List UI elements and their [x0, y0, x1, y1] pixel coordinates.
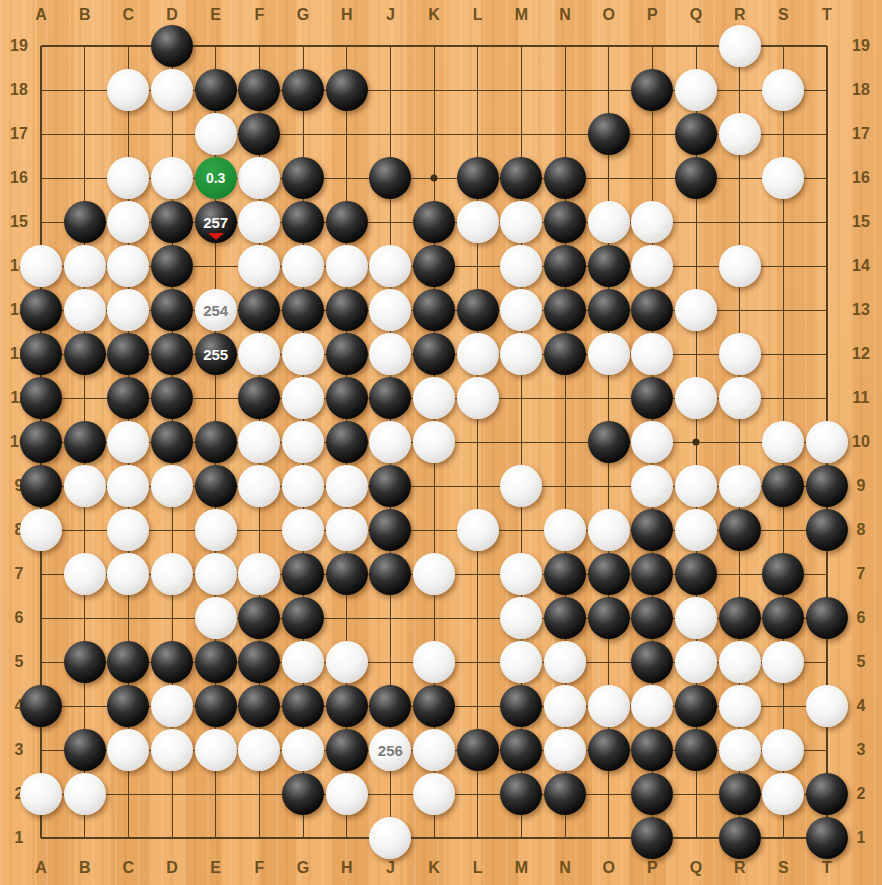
white-stone	[238, 729, 280, 771]
coordinate-label-top: J	[386, 6, 395, 24]
black-stone	[544, 157, 586, 199]
white-stone	[544, 509, 586, 551]
white-stone	[675, 289, 717, 331]
black-stone	[151, 201, 193, 243]
white-stone	[588, 685, 630, 727]
coordinate-label-top: C	[123, 6, 135, 24]
white-stone	[238, 465, 280, 507]
white-stone	[413, 641, 455, 683]
white-stone	[806, 421, 848, 463]
black-stone	[282, 201, 324, 243]
black-stone	[282, 553, 324, 595]
black-stone	[238, 641, 280, 683]
coordinate-label-right: 9	[857, 477, 866, 495]
coordinate-label-right: 1	[857, 829, 866, 847]
black-stone	[806, 773, 848, 815]
black-stone	[762, 597, 804, 639]
white-stone	[675, 641, 717, 683]
white-stone	[719, 333, 761, 375]
board-line-horizontal	[41, 837, 827, 839]
white-stone	[413, 729, 455, 771]
white-stone	[195, 597, 237, 639]
move-number-label: 255	[203, 347, 228, 362]
coordinate-label-bottom: S	[778, 859, 789, 877]
white-stone	[457, 377, 499, 419]
black-stone	[326, 685, 368, 727]
black-stone	[238, 685, 280, 727]
coordinate-label-top: L	[473, 6, 483, 24]
white-stone: 256	[369, 729, 411, 771]
white-stone	[64, 245, 106, 287]
white-stone	[500, 201, 542, 243]
coordinate-label-bottom: A	[35, 859, 47, 877]
white-stone	[762, 421, 804, 463]
black-stone	[107, 641, 149, 683]
black-stone	[675, 553, 717, 595]
white-stone	[151, 553, 193, 595]
white-stone	[151, 69, 193, 111]
black-stone	[500, 157, 542, 199]
black-stone	[20, 289, 62, 331]
black-stone	[282, 289, 324, 331]
move-number-label: 257	[203, 215, 228, 230]
white-stone	[631, 333, 673, 375]
black-stone	[20, 465, 62, 507]
coordinate-label-top: E	[210, 6, 221, 24]
coordinate-label-right: 18	[852, 81, 870, 99]
coordinate-label-bottom: L	[473, 859, 483, 877]
coordinate-label-top: P	[647, 6, 658, 24]
black-stone	[762, 465, 804, 507]
black-stone	[588, 289, 630, 331]
white-stone	[151, 157, 193, 199]
white-stone	[762, 69, 804, 111]
white-stone	[719, 641, 761, 683]
coordinate-label-bottom: O	[602, 859, 614, 877]
white-stone	[719, 465, 761, 507]
white-stone	[675, 509, 717, 551]
black-stone	[806, 465, 848, 507]
go-board[interactable]: AABBCCDDEEFFGGHHJJKKLLMMNNOOPPQQRRSSTT19…	[0, 0, 882, 885]
coordinate-label-left: 19	[10, 37, 28, 55]
black-stone	[20, 333, 62, 375]
coordinate-label-right: 16	[852, 169, 870, 187]
coordinate-label-bottom: P	[647, 859, 658, 877]
white-stone	[151, 685, 193, 727]
coordinate-label-top: G	[297, 6, 309, 24]
white-stone	[413, 553, 455, 595]
coordinate-label-left: 5	[15, 653, 24, 671]
coordinate-label-top: K	[428, 6, 440, 24]
coordinate-label-top: B	[79, 6, 91, 24]
ai-hint-marker[interactable]: 0.3	[195, 157, 237, 199]
white-stone	[326, 641, 368, 683]
black-stone	[719, 509, 761, 551]
coordinate-label-right: 10	[852, 433, 870, 451]
white-stone	[544, 685, 586, 727]
black-stone	[675, 729, 717, 771]
coordinate-label-bottom: M	[515, 859, 528, 877]
white-stone	[500, 597, 542, 639]
coordinate-label-right: 17	[852, 125, 870, 143]
white-stone	[107, 509, 149, 551]
white-stone	[326, 773, 368, 815]
black-stone	[457, 729, 499, 771]
coordinate-label-right: 4	[857, 697, 866, 715]
coordinate-label-left: 3	[15, 741, 24, 759]
black-stone	[64, 201, 106, 243]
white-stone	[719, 25, 761, 67]
white-stone	[107, 157, 149, 199]
black-stone	[631, 817, 673, 859]
move-number-label: 254	[203, 303, 228, 318]
white-stone	[64, 289, 106, 331]
coordinate-label-right: 12	[852, 345, 870, 363]
black-stone	[282, 157, 324, 199]
coordinate-label-right: 13	[852, 301, 870, 319]
coordinate-label-bottom: R	[734, 859, 746, 877]
black-stone	[326, 729, 368, 771]
black-stone	[326, 377, 368, 419]
black-stone	[326, 289, 368, 331]
white-stone	[588, 333, 630, 375]
white-stone	[195, 113, 237, 155]
black-stone	[20, 685, 62, 727]
black-stone	[631, 509, 673, 551]
white-stone	[631, 685, 673, 727]
white-stone	[326, 245, 368, 287]
coordinate-label-top: D	[166, 6, 178, 24]
white-stone	[413, 773, 455, 815]
black-stone	[675, 157, 717, 199]
white-stone	[719, 377, 761, 419]
coordinate-label-bottom: D	[166, 859, 178, 877]
black-stone	[544, 773, 586, 815]
white-stone	[20, 509, 62, 551]
black-stone	[588, 553, 630, 595]
white-stone	[107, 465, 149, 507]
black-stone	[413, 289, 455, 331]
coordinate-label-top: Q	[690, 6, 702, 24]
white-stone	[413, 421, 455, 463]
coordinate-label-right: 19	[852, 37, 870, 55]
white-stone	[151, 465, 193, 507]
white-stone	[719, 685, 761, 727]
black-stone	[588, 245, 630, 287]
black-stone	[369, 553, 411, 595]
black-stone	[631, 729, 673, 771]
coordinate-label-bottom: H	[341, 859, 353, 877]
coordinate-label-right: 8	[857, 521, 866, 539]
black-stone	[369, 157, 411, 199]
coordinate-label-right: 7	[857, 565, 866, 583]
white-stone	[500, 245, 542, 287]
black-stone	[195, 465, 237, 507]
white-stone	[369, 421, 411, 463]
white-stone	[238, 201, 280, 243]
coordinate-label-bottom: J	[386, 859, 395, 877]
black-stone	[369, 465, 411, 507]
white-stone	[500, 641, 542, 683]
black-stone	[151, 245, 193, 287]
white-stone	[64, 773, 106, 815]
black-stone	[631, 377, 673, 419]
white-stone	[457, 509, 499, 551]
white-stone	[238, 157, 280, 199]
black-stone	[107, 685, 149, 727]
coordinate-label-bottom: Q	[690, 859, 702, 877]
coordinate-label-bottom: E	[210, 859, 221, 877]
black-stone: 257	[195, 201, 237, 243]
coordinate-label-bottom: B	[79, 859, 91, 877]
black-stone	[195, 685, 237, 727]
white-stone	[369, 817, 411, 859]
coordinate-label-right: 14	[852, 257, 870, 275]
black-stone	[326, 553, 368, 595]
black-stone	[326, 421, 368, 463]
white-stone	[195, 553, 237, 595]
coordinate-label-top: S	[778, 6, 789, 24]
black-stone	[413, 333, 455, 375]
coordinate-label-left: 6	[15, 609, 24, 627]
black-stone	[413, 201, 455, 243]
white-stone	[326, 465, 368, 507]
black-stone	[544, 289, 586, 331]
black-stone	[64, 333, 106, 375]
coordinate-label-bottom: N	[559, 859, 571, 877]
coordinate-label-left: 7	[15, 565, 24, 583]
coordinate-label-bottom: F	[254, 859, 264, 877]
coordinate-label-top: T	[822, 6, 832, 24]
white-stone	[107, 553, 149, 595]
white-stone	[151, 729, 193, 771]
black-stone	[369, 377, 411, 419]
white-stone	[238, 421, 280, 463]
white-stone	[107, 421, 149, 463]
white-stone	[282, 245, 324, 287]
black-stone	[588, 421, 630, 463]
white-stone	[500, 465, 542, 507]
black-stone	[195, 641, 237, 683]
black-stone	[806, 817, 848, 859]
black-stone	[762, 553, 804, 595]
black-stone	[631, 773, 673, 815]
coordinate-label-top: H	[341, 6, 353, 24]
white-stone	[806, 685, 848, 727]
coordinate-label-bottom: C	[123, 859, 135, 877]
white-stone	[64, 553, 106, 595]
white-stone	[631, 201, 673, 243]
black-stone	[326, 333, 368, 375]
coordinate-label-top: O	[602, 6, 614, 24]
white-stone	[631, 465, 673, 507]
white-stone	[588, 509, 630, 551]
black-stone	[151, 333, 193, 375]
black-stone	[107, 333, 149, 375]
black-stone	[631, 553, 673, 595]
white-stone	[369, 289, 411, 331]
black-stone	[64, 641, 106, 683]
coordinate-label-top: F	[254, 6, 264, 24]
black-stone	[369, 509, 411, 551]
white-stone	[500, 553, 542, 595]
coordinate-label-right: 3	[857, 741, 866, 759]
white-stone	[369, 333, 411, 375]
white-stone	[631, 245, 673, 287]
white-stone	[282, 377, 324, 419]
white-stone	[107, 729, 149, 771]
black-stone	[719, 597, 761, 639]
white-stone	[238, 245, 280, 287]
white-stone	[457, 201, 499, 243]
star-point	[693, 439, 700, 446]
black-stone	[20, 421, 62, 463]
black-stone	[238, 377, 280, 419]
black-stone	[719, 817, 761, 859]
black-stone	[544, 553, 586, 595]
black-stone	[500, 685, 542, 727]
white-stone	[457, 333, 499, 375]
black-stone	[588, 113, 630, 155]
white-stone	[369, 245, 411, 287]
black-stone	[195, 421, 237, 463]
coordinate-label-left: 16	[10, 169, 28, 187]
white-stone	[282, 333, 324, 375]
white-stone	[675, 69, 717, 111]
white-stone	[326, 509, 368, 551]
black-stone	[675, 113, 717, 155]
white-stone	[20, 773, 62, 815]
black-stone	[457, 157, 499, 199]
coordinate-label-left: 17	[10, 125, 28, 143]
black-stone	[719, 773, 761, 815]
coordinate-label-bottom: T	[822, 859, 832, 877]
white-stone	[719, 245, 761, 287]
black-stone	[544, 333, 586, 375]
black-stone	[369, 685, 411, 727]
black-stone	[588, 729, 630, 771]
white-stone	[64, 465, 106, 507]
white-stone	[238, 553, 280, 595]
white-stone	[282, 641, 324, 683]
white-stone	[20, 245, 62, 287]
white-stone	[762, 641, 804, 683]
white-stone	[282, 421, 324, 463]
white-stone	[762, 729, 804, 771]
black-stone	[282, 773, 324, 815]
black-stone	[64, 729, 106, 771]
white-stone	[195, 509, 237, 551]
coordinate-label-right: 11	[853, 389, 870, 407]
black-stone	[806, 597, 848, 639]
black-stone	[631, 69, 673, 111]
black-stone	[107, 377, 149, 419]
black-stone	[413, 245, 455, 287]
black-stone	[326, 69, 368, 111]
star-point	[431, 175, 438, 182]
black-stone	[238, 289, 280, 331]
white-stone	[282, 729, 324, 771]
white-stone	[413, 377, 455, 419]
black-stone	[631, 597, 673, 639]
white-stone	[675, 465, 717, 507]
coordinate-label-bottom: G	[297, 859, 309, 877]
white-stone	[107, 201, 149, 243]
white-stone	[544, 641, 586, 683]
black-stone	[544, 597, 586, 639]
black-stone	[588, 597, 630, 639]
black-stone	[806, 509, 848, 551]
coordinate-label-right: 5	[857, 653, 866, 671]
white-stone	[500, 333, 542, 375]
coordinate-label-bottom: K	[428, 859, 440, 877]
black-stone	[282, 685, 324, 727]
black-stone	[151, 25, 193, 67]
black-stone	[500, 729, 542, 771]
black-stone	[20, 377, 62, 419]
white-stone: 254	[195, 289, 237, 331]
black-stone	[151, 641, 193, 683]
white-stone	[544, 729, 586, 771]
white-stone	[588, 201, 630, 243]
coordinate-label-right: 6	[857, 609, 866, 627]
white-stone	[762, 157, 804, 199]
move-number-label: 256	[378, 743, 403, 758]
white-stone	[500, 289, 542, 331]
black-stone	[238, 597, 280, 639]
last-move-marker	[208, 233, 224, 240]
white-stone	[675, 377, 717, 419]
black-stone	[544, 245, 586, 287]
coordinate-label-right: 2	[857, 785, 866, 803]
black-stone	[457, 289, 499, 331]
black-stone	[500, 773, 542, 815]
white-stone	[107, 69, 149, 111]
black-stone	[238, 113, 280, 155]
black-stone	[631, 641, 673, 683]
black-stone	[151, 421, 193, 463]
white-stone	[107, 245, 149, 287]
black-stone	[282, 69, 324, 111]
white-stone	[238, 333, 280, 375]
black-stone	[544, 201, 586, 243]
white-stone	[195, 729, 237, 771]
black-stone	[195, 69, 237, 111]
coordinate-label-right: 15	[852, 213, 870, 231]
black-stone	[151, 377, 193, 419]
coordinate-label-top: R	[734, 6, 746, 24]
black-stone	[631, 289, 673, 331]
black-stone	[413, 685, 455, 727]
black-stone	[282, 597, 324, 639]
black-stone	[151, 289, 193, 331]
coordinate-label-top: N	[559, 6, 571, 24]
coordinate-label-left: 15	[10, 213, 28, 231]
white-stone	[631, 421, 673, 463]
white-stone	[719, 113, 761, 155]
coordinate-label-top: M	[515, 6, 528, 24]
black-stone	[238, 69, 280, 111]
white-stone	[282, 465, 324, 507]
white-stone	[282, 509, 324, 551]
coordinate-label-left: 1	[15, 829, 24, 847]
white-stone	[675, 597, 717, 639]
coordinate-label-top: A	[35, 6, 47, 24]
black-stone	[64, 421, 106, 463]
white-stone	[107, 289, 149, 331]
black-stone	[675, 685, 717, 727]
coordinate-label-left: 18	[10, 81, 28, 99]
